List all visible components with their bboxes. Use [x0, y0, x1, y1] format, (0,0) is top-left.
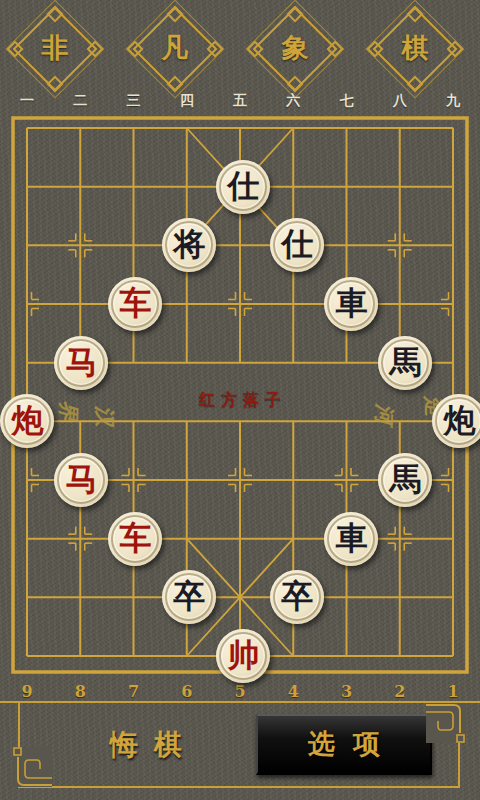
piece-glyph: 车: [119, 522, 151, 554]
piece-black-horse[interactable]: 馬: [378, 336, 432, 390]
piece-black-chariot[interactable]: 車: [324, 512, 378, 566]
piece-black-advisor[interactable]: 仕: [216, 160, 270, 214]
options-button-label: 选项: [290, 726, 398, 762]
piece-layer: 仕将仕车車马馬炮炮马馬车車卒卒帅: [0, 99, 479, 686]
piece-black-soldier[interactable]: 卒: [162, 570, 216, 624]
options-button[interactable]: 选项: [256, 714, 432, 775]
piece-glyph: 将: [173, 228, 205, 260]
title-diamond-4: 棋: [360, 7, 470, 91]
title-char: 凡: [162, 30, 189, 66]
title-diamond-2: 凡: [120, 7, 230, 91]
piece-glyph: 炮: [443, 404, 475, 436]
piece-glyph: 馬: [389, 346, 421, 378]
piece-glyph: 车: [119, 287, 151, 319]
piece-red-cannon[interactable]: 炮: [0, 394, 54, 448]
piece-red-chariot[interactable]: 车: [108, 512, 162, 566]
piece-glyph: 仕: [281, 228, 313, 260]
piece-glyph: 馬: [389, 463, 421, 495]
piece-glyph: 炮: [11, 404, 43, 436]
piece-red-chariot[interactable]: 车: [108, 277, 162, 331]
undo-button[interactable]: 悔棋: [94, 726, 198, 764]
piece-glyph: 卒: [173, 580, 205, 612]
piece-glyph: 卒: [281, 580, 313, 612]
piece-red-general[interactable]: 帅: [216, 629, 270, 683]
title-char: 象: [282, 30, 309, 66]
title-char: 非: [42, 30, 69, 66]
piece-black-cannon[interactable]: 炮: [432, 394, 480, 448]
piece-glyph: 马: [65, 346, 97, 378]
piece-glyph: 帅: [227, 639, 259, 671]
xiangqi-board[interactable]: 界 汉 河 楚 红方落子 仕将仕车車马馬炮炮马馬车車卒卒帅: [10, 115, 470, 675]
piece-black-horse[interactable]: 馬: [378, 453, 432, 507]
piece-glyph: 車: [335, 287, 367, 319]
piece-black-advisor[interactable]: 仕: [270, 218, 324, 272]
app-screen: 非凡象棋 一二三四五六七八九 界 汉 河 楚 红方落子 仕将仕车車马馬炮炮马馬车…: [0, 0, 480, 800]
title-diamond-1: 非: [0, 7, 110, 91]
panel-corner-scroll-bottom-left: [12, 745, 54, 787]
piece-black-chariot[interactable]: 車: [324, 277, 378, 331]
piece-red-horse[interactable]: 马: [54, 453, 108, 507]
piece-glyph: 車: [335, 522, 367, 554]
piece-glyph: 仕: [227, 170, 259, 202]
panel-corner-scroll-top-right: [424, 703, 466, 745]
title-char: 棋: [402, 30, 429, 66]
piece-glyph: 马: [65, 463, 97, 495]
title-diamond-3: 象: [240, 7, 350, 91]
piece-red-horse[interactable]: 马: [54, 336, 108, 390]
piece-black-soldier[interactable]: 卒: [270, 570, 324, 624]
piece-black-general[interactable]: 将: [162, 218, 216, 272]
